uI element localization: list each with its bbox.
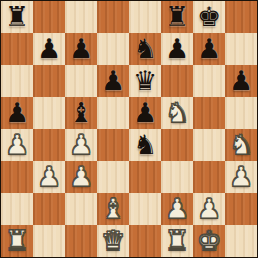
square-c8[interactable] [65, 1, 97, 33]
piece-white-rook[interactable]: ♜ [165, 226, 189, 256]
square-e7[interactable]: ♞ [129, 33, 161, 65]
square-f2[interactable]: ♟ [161, 193, 193, 225]
piece-black-pawn[interactable]: ♟ [229, 66, 253, 96]
square-e6[interactable]: ♛ [129, 65, 161, 97]
piece-white-pawn[interactable]: ♟ [69, 162, 93, 192]
square-d5[interactable] [97, 97, 129, 129]
square-e4[interactable]: ♞ [129, 129, 161, 161]
square-a7[interactable] [1, 33, 33, 65]
square-a3[interactable] [1, 161, 33, 193]
square-e5[interactable]: ♟ [129, 97, 161, 129]
square-b1[interactable] [33, 225, 65, 257]
piece-white-pawn[interactable]: ♟ [69, 130, 93, 160]
piece-black-bishop[interactable]: ♝ [69, 98, 93, 128]
square-c1[interactable] [65, 225, 97, 257]
square-g3[interactable] [193, 161, 225, 193]
square-f7[interactable]: ♟ [161, 33, 193, 65]
square-a1[interactable]: ♜ [1, 225, 33, 257]
square-h1[interactable] [225, 225, 257, 257]
square-c6[interactable] [65, 65, 97, 97]
square-h4[interactable]: ♞ [225, 129, 257, 161]
square-e1[interactable] [129, 225, 161, 257]
square-d8[interactable] [97, 1, 129, 33]
square-b4[interactable] [33, 129, 65, 161]
square-h5[interactable] [225, 97, 257, 129]
square-f3[interactable] [161, 161, 193, 193]
square-d1[interactable]: ♛ [97, 225, 129, 257]
piece-white-pawn[interactable]: ♟ [165, 194, 189, 224]
square-b5[interactable] [33, 97, 65, 129]
piece-black-pawn[interactable]: ♟ [101, 66, 125, 96]
piece-white-rook[interactable]: ♜ [5, 226, 29, 256]
piece-black-pawn[interactable]: ♟ [197, 34, 221, 64]
square-a6[interactable] [1, 65, 33, 97]
piece-white-king[interactable]: ♚ [197, 226, 221, 256]
square-f4[interactable] [161, 129, 193, 161]
square-h7[interactable] [225, 33, 257, 65]
square-d2[interactable]: ♝ [97, 193, 129, 225]
square-h3[interactable]: ♟ [225, 161, 257, 193]
piece-black-king[interactable]: ♚ [197, 2, 221, 32]
square-d6[interactable]: ♟ [97, 65, 129, 97]
piece-white-bishop[interactable]: ♝ [101, 194, 125, 224]
piece-black-knight[interactable]: ♞ [133, 130, 157, 160]
square-a2[interactable] [1, 193, 33, 225]
piece-black-pawn[interactable]: ♟ [37, 34, 61, 64]
square-g4[interactable] [193, 129, 225, 161]
square-d7[interactable] [97, 33, 129, 65]
square-a5[interactable]: ♟ [1, 97, 33, 129]
square-d3[interactable] [97, 161, 129, 193]
square-g7[interactable]: ♟ [193, 33, 225, 65]
square-b3[interactable]: ♟ [33, 161, 65, 193]
square-c3[interactable]: ♟ [65, 161, 97, 193]
square-e8[interactable] [129, 1, 161, 33]
piece-white-pawn[interactable]: ♟ [197, 194, 221, 224]
piece-white-pawn[interactable]: ♟ [37, 162, 61, 192]
square-g2[interactable]: ♟ [193, 193, 225, 225]
square-g1[interactable]: ♚ [193, 225, 225, 257]
square-c5[interactable]: ♝ [65, 97, 97, 129]
square-h2[interactable] [225, 193, 257, 225]
square-a4[interactable]: ♟ [1, 129, 33, 161]
square-f8[interactable]: ♜ [161, 1, 193, 33]
piece-white-pawn[interactable]: ♟ [229, 162, 253, 192]
chess-board: ♜♜♚♟♟♞♟♟♟♛♟♟♝♟♞♟♟♞♞♟♟♟♝♟♟♜♛♜♚ [0, 0, 258, 258]
square-e3[interactable] [129, 161, 161, 193]
square-a8[interactable]: ♜ [1, 1, 33, 33]
piece-black-pawn[interactable]: ♟ [69, 34, 93, 64]
piece-black-rook[interactable]: ♜ [165, 2, 189, 32]
piece-black-queen[interactable]: ♛ [133, 66, 157, 96]
square-f5[interactable]: ♞ [161, 97, 193, 129]
square-b8[interactable] [33, 1, 65, 33]
square-d4[interactable] [97, 129, 129, 161]
piece-white-pawn[interactable]: ♟ [5, 130, 29, 160]
piece-black-pawn[interactable]: ♟ [165, 34, 189, 64]
square-c2[interactable] [65, 193, 97, 225]
square-f1[interactable]: ♜ [161, 225, 193, 257]
piece-white-queen[interactable]: ♛ [101, 226, 125, 256]
square-f6[interactable] [161, 65, 193, 97]
square-b6[interactable] [33, 65, 65, 97]
square-b2[interactable] [33, 193, 65, 225]
piece-black-knight[interactable]: ♞ [133, 34, 157, 64]
square-g8[interactable]: ♚ [193, 1, 225, 33]
square-g6[interactable] [193, 65, 225, 97]
square-c7[interactable]: ♟ [65, 33, 97, 65]
square-h8[interactable] [225, 1, 257, 33]
piece-white-knight[interactable]: ♞ [165, 98, 189, 128]
piece-black-pawn[interactable]: ♟ [133, 98, 157, 128]
piece-black-pawn[interactable]: ♟ [5, 98, 29, 128]
square-b7[interactable]: ♟ [33, 33, 65, 65]
square-e2[interactable] [129, 193, 161, 225]
square-h6[interactable]: ♟ [225, 65, 257, 97]
piece-white-knight[interactable]: ♞ [229, 130, 253, 160]
piece-black-rook[interactable]: ♜ [5, 2, 29, 32]
square-c4[interactable]: ♟ [65, 129, 97, 161]
square-g5[interactable] [193, 97, 225, 129]
